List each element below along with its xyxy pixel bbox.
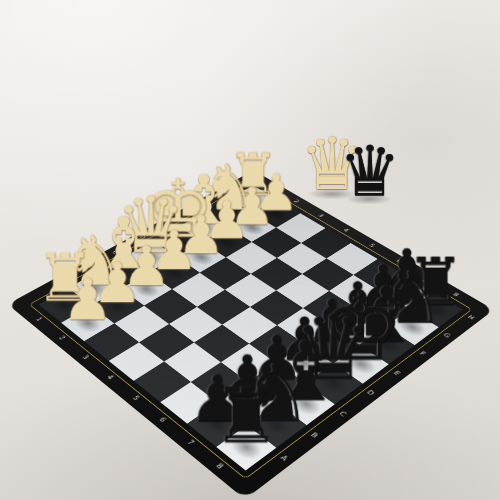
photo-scene: 12345678 12345678 HGFEDCBA HGFEDCBA ♜♟♟♜…	[0, 0, 500, 500]
board-border: 12345678 12345678 HGFEDCBA HGFEDCBA ♜♟♟♜…	[8, 170, 494, 499]
white-pawn-a2[interactable]: ♟	[22, 272, 154, 329]
offboard-black-queen[interactable]: ♛	[330, 137, 410, 206]
black-rook-a8[interactable]: ♜	[172, 379, 321, 455]
playing-area: ♜♟♟♜♞♟♟♞♝♟♟♝♚♟♟♚♛♟♟♛♝♟♟♝♞♟♟♞♜♟♟♜	[38, 185, 462, 470]
chessboard: 12345678 12345678 HGFEDCBA HGFEDCBA ♜♟♟♜…	[8, 170, 494, 499]
